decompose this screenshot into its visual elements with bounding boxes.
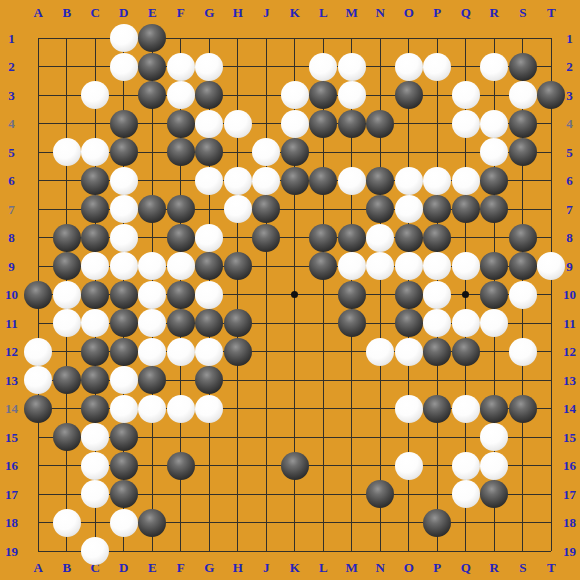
intersection-N19[interactable] [366, 537, 395, 566]
intersection-B18[interactable] [53, 509, 82, 538]
intersection-K19[interactable] [281, 537, 310, 566]
intersection-J13[interactable] [252, 366, 281, 395]
intersection-O8[interactable] [395, 224, 424, 253]
intersection-S15[interactable] [509, 423, 538, 452]
intersection-A3[interactable] [24, 81, 53, 110]
intersection-F6[interactable] [167, 167, 196, 196]
intersection-Q9[interactable] [452, 252, 481, 281]
intersection-M19[interactable] [338, 537, 367, 566]
intersection-P8[interactable] [423, 224, 452, 253]
intersection-T8[interactable] [537, 224, 566, 253]
intersection-J19[interactable] [252, 537, 281, 566]
intersection-S1[interactable] [509, 24, 538, 53]
intersection-T16[interactable] [537, 452, 566, 481]
intersection-M5[interactable] [338, 138, 367, 167]
intersection-G11[interactable] [195, 309, 224, 338]
intersection-H19[interactable] [224, 537, 253, 566]
intersection-E10[interactable] [138, 281, 167, 310]
intersection-H8[interactable] [224, 224, 253, 253]
intersection-H1[interactable] [224, 24, 253, 53]
intersection-A11[interactable] [24, 309, 53, 338]
intersection-Q17[interactable] [452, 480, 481, 509]
intersection-K14[interactable] [281, 395, 310, 424]
intersection-L7[interactable] [309, 195, 338, 224]
intersection-H2[interactable] [224, 53, 253, 82]
intersection-J14[interactable] [252, 395, 281, 424]
intersection-F3[interactable] [167, 81, 196, 110]
intersection-L13[interactable] [309, 366, 338, 395]
intersection-Q11[interactable] [452, 309, 481, 338]
intersection-P4[interactable] [423, 110, 452, 139]
intersection-M17[interactable] [338, 480, 367, 509]
intersection-C2[interactable] [81, 53, 110, 82]
intersection-Q7[interactable] [452, 195, 481, 224]
intersection-H7[interactable] [224, 195, 253, 224]
intersection-D3[interactable] [110, 81, 139, 110]
intersection-D6[interactable] [110, 167, 139, 196]
intersection-M11[interactable] [338, 309, 367, 338]
intersection-G1[interactable] [195, 24, 224, 53]
intersection-S17[interactable] [509, 480, 538, 509]
intersection-O18[interactable] [395, 509, 424, 538]
intersection-N14[interactable] [366, 395, 395, 424]
intersection-S4[interactable] [509, 110, 538, 139]
intersection-L9[interactable] [309, 252, 338, 281]
intersection-O5[interactable] [395, 138, 424, 167]
intersection-H10[interactable] [224, 281, 253, 310]
intersection-L19[interactable] [309, 537, 338, 566]
intersection-J2[interactable] [252, 53, 281, 82]
intersection-A10[interactable] [24, 281, 53, 310]
intersection-L5[interactable] [309, 138, 338, 167]
intersection-E12[interactable] [138, 338, 167, 367]
intersection-D11[interactable] [110, 309, 139, 338]
intersection-K3[interactable] [281, 81, 310, 110]
intersection-D13[interactable] [110, 366, 139, 395]
intersection-H4[interactable] [224, 110, 253, 139]
intersection-P18[interactable] [423, 509, 452, 538]
intersection-C4[interactable] [81, 110, 110, 139]
intersection-J15[interactable] [252, 423, 281, 452]
intersection-M6[interactable] [338, 167, 367, 196]
intersection-H12[interactable] [224, 338, 253, 367]
intersection-N2[interactable] [366, 53, 395, 82]
intersection-P14[interactable] [423, 395, 452, 424]
intersection-D16[interactable] [110, 452, 139, 481]
intersection-D4[interactable] [110, 110, 139, 139]
intersection-N11[interactable] [366, 309, 395, 338]
intersection-S6[interactable] [509, 167, 538, 196]
intersection-C14[interactable] [81, 395, 110, 424]
intersection-M15[interactable] [338, 423, 367, 452]
intersection-J12[interactable] [252, 338, 281, 367]
intersection-C12[interactable] [81, 338, 110, 367]
intersection-O6[interactable] [395, 167, 424, 196]
intersection-S10[interactable] [509, 281, 538, 310]
intersection-N15[interactable] [366, 423, 395, 452]
intersection-K18[interactable] [281, 509, 310, 538]
intersection-K2[interactable] [281, 53, 310, 82]
intersection-B15[interactable] [53, 423, 82, 452]
intersection-A18[interactable] [24, 509, 53, 538]
intersection-B11[interactable] [53, 309, 82, 338]
intersection-J18[interactable] [252, 509, 281, 538]
intersection-K12[interactable] [281, 338, 310, 367]
intersection-C8[interactable] [81, 224, 110, 253]
intersection-T15[interactable] [537, 423, 566, 452]
intersection-N18[interactable] [366, 509, 395, 538]
intersection-B8[interactable] [53, 224, 82, 253]
intersection-A13[interactable] [24, 366, 53, 395]
intersection-J9[interactable] [252, 252, 281, 281]
intersection-F9[interactable] [167, 252, 196, 281]
intersection-F13[interactable] [167, 366, 196, 395]
intersection-P5[interactable] [423, 138, 452, 167]
intersection-D7[interactable] [110, 195, 139, 224]
intersection-E7[interactable] [138, 195, 167, 224]
intersection-F19[interactable] [167, 537, 196, 566]
intersection-E9[interactable] [138, 252, 167, 281]
intersection-D18[interactable] [110, 509, 139, 538]
intersection-P9[interactable] [423, 252, 452, 281]
intersection-A8[interactable] [24, 224, 53, 253]
intersection-S5[interactable] [509, 138, 538, 167]
intersection-L16[interactable] [309, 452, 338, 481]
intersection-C3[interactable] [81, 81, 110, 110]
intersection-O14[interactable] [395, 395, 424, 424]
intersection-G15[interactable] [195, 423, 224, 452]
intersection-G8[interactable] [195, 224, 224, 253]
intersection-L17[interactable] [309, 480, 338, 509]
intersection-D1[interactable] [110, 24, 139, 53]
intersection-H15[interactable] [224, 423, 253, 452]
intersection-F11[interactable] [167, 309, 196, 338]
intersection-R12[interactable] [480, 338, 509, 367]
intersection-M18[interactable] [338, 509, 367, 538]
intersection-G7[interactable] [195, 195, 224, 224]
intersection-G16[interactable] [195, 452, 224, 481]
intersection-F7[interactable] [167, 195, 196, 224]
intersection-B19[interactable] [53, 537, 82, 566]
intersection-C10[interactable] [81, 281, 110, 310]
intersection-B1[interactable] [53, 24, 82, 53]
intersection-J3[interactable] [252, 81, 281, 110]
intersection-H17[interactable] [224, 480, 253, 509]
intersection-J7[interactable] [252, 195, 281, 224]
intersection-A17[interactable] [24, 480, 53, 509]
intersection-G6[interactable] [195, 167, 224, 196]
intersection-A7[interactable] [24, 195, 53, 224]
intersection-R18[interactable] [480, 509, 509, 538]
intersection-E18[interactable] [138, 509, 167, 538]
intersection-F12[interactable] [167, 338, 196, 367]
intersection-S3[interactable] [509, 81, 538, 110]
intersection-R4[interactable] [480, 110, 509, 139]
intersection-G5[interactable] [195, 138, 224, 167]
intersection-F17[interactable] [167, 480, 196, 509]
intersection-O1[interactable] [395, 24, 424, 53]
intersection-Q3[interactable] [452, 81, 481, 110]
intersection-S18[interactable] [509, 509, 538, 538]
intersection-N13[interactable] [366, 366, 395, 395]
intersection-C18[interactable] [81, 509, 110, 538]
intersection-L18[interactable] [309, 509, 338, 538]
intersection-R9[interactable] [480, 252, 509, 281]
intersection-M2[interactable] [338, 53, 367, 82]
intersection-O10[interactable] [395, 281, 424, 310]
intersection-S9[interactable] [509, 252, 538, 281]
intersection-L14[interactable] [309, 395, 338, 424]
intersection-E5[interactable] [138, 138, 167, 167]
intersection-K10[interactable] [281, 281, 310, 310]
intersection-M1[interactable] [338, 24, 367, 53]
intersection-A9[interactable] [24, 252, 53, 281]
intersection-A5[interactable] [24, 138, 53, 167]
intersection-R1[interactable] [480, 24, 509, 53]
intersection-R16[interactable] [480, 452, 509, 481]
intersection-O7[interactable] [395, 195, 424, 224]
intersection-F4[interactable] [167, 110, 196, 139]
intersection-S2[interactable] [509, 53, 538, 82]
intersection-O9[interactable] [395, 252, 424, 281]
intersection-G10[interactable] [195, 281, 224, 310]
intersection-Q10[interactable] [452, 281, 481, 310]
intersection-F16[interactable] [167, 452, 196, 481]
intersection-F5[interactable] [167, 138, 196, 167]
intersection-P15[interactable] [423, 423, 452, 452]
intersection-C15[interactable] [81, 423, 110, 452]
intersection-G14[interactable] [195, 395, 224, 424]
intersection-E1[interactable] [138, 24, 167, 53]
intersection-G18[interactable] [195, 509, 224, 538]
intersection-R10[interactable] [480, 281, 509, 310]
intersection-P12[interactable] [423, 338, 452, 367]
intersection-L2[interactable] [309, 53, 338, 82]
intersection-Q1[interactable] [452, 24, 481, 53]
intersection-A15[interactable] [24, 423, 53, 452]
intersection-H18[interactable] [224, 509, 253, 538]
intersection-B5[interactable] [53, 138, 82, 167]
intersection-D8[interactable] [110, 224, 139, 253]
intersection-C16[interactable] [81, 452, 110, 481]
intersection-L11[interactable] [309, 309, 338, 338]
intersection-H5[interactable] [224, 138, 253, 167]
intersection-N5[interactable] [366, 138, 395, 167]
intersection-P10[interactable] [423, 281, 452, 310]
intersection-L15[interactable] [309, 423, 338, 452]
intersection-Q8[interactable] [452, 224, 481, 253]
intersection-A16[interactable] [24, 452, 53, 481]
intersection-N8[interactable] [366, 224, 395, 253]
intersection-J16[interactable] [252, 452, 281, 481]
intersection-R19[interactable] [480, 537, 509, 566]
intersection-S16[interactable] [509, 452, 538, 481]
intersection-T7[interactable] [537, 195, 566, 224]
intersection-B6[interactable] [53, 167, 82, 196]
intersection-Q2[interactable] [452, 53, 481, 82]
intersection-B2[interactable] [53, 53, 82, 82]
intersection-O19[interactable] [395, 537, 424, 566]
intersection-G19[interactable] [195, 537, 224, 566]
intersection-A12[interactable] [24, 338, 53, 367]
intersection-Q16[interactable] [452, 452, 481, 481]
intersection-P1[interactable] [423, 24, 452, 53]
intersection-S13[interactable] [509, 366, 538, 395]
intersection-N9[interactable] [366, 252, 395, 281]
intersection-R11[interactable] [480, 309, 509, 338]
intersection-K17[interactable] [281, 480, 310, 509]
intersection-M12[interactable] [338, 338, 367, 367]
intersection-K9[interactable] [281, 252, 310, 281]
intersection-B3[interactable] [53, 81, 82, 110]
intersection-E6[interactable] [138, 167, 167, 196]
intersection-K11[interactable] [281, 309, 310, 338]
intersection-L3[interactable] [309, 81, 338, 110]
intersection-E17[interactable] [138, 480, 167, 509]
intersection-A2[interactable] [24, 53, 53, 82]
intersection-H16[interactable] [224, 452, 253, 481]
intersection-C17[interactable] [81, 480, 110, 509]
intersection-S14[interactable] [509, 395, 538, 424]
intersection-T5[interactable] [537, 138, 566, 167]
intersection-O13[interactable] [395, 366, 424, 395]
intersection-Q19[interactable] [452, 537, 481, 566]
intersection-G9[interactable] [195, 252, 224, 281]
intersection-L4[interactable] [309, 110, 338, 139]
intersection-P3[interactable] [423, 81, 452, 110]
intersection-T1[interactable] [537, 24, 566, 53]
intersection-F8[interactable] [167, 224, 196, 253]
intersection-J6[interactable] [252, 167, 281, 196]
intersection-T11[interactable] [537, 309, 566, 338]
intersection-F10[interactable] [167, 281, 196, 310]
intersection-P19[interactable] [423, 537, 452, 566]
intersection-B16[interactable] [53, 452, 82, 481]
intersection-M4[interactable] [338, 110, 367, 139]
intersection-M13[interactable] [338, 366, 367, 395]
intersection-E13[interactable] [138, 366, 167, 395]
intersection-L6[interactable] [309, 167, 338, 196]
intersection-M9[interactable] [338, 252, 367, 281]
intersection-D9[interactable] [110, 252, 139, 281]
intersection-M3[interactable] [338, 81, 367, 110]
intersection-D12[interactable] [110, 338, 139, 367]
intersection-R5[interactable] [480, 138, 509, 167]
intersection-G13[interactable] [195, 366, 224, 395]
intersection-G17[interactable] [195, 480, 224, 509]
intersection-S19[interactable] [509, 537, 538, 566]
intersection-E14[interactable] [138, 395, 167, 424]
intersection-R7[interactable] [480, 195, 509, 224]
intersection-M16[interactable] [338, 452, 367, 481]
intersection-C5[interactable] [81, 138, 110, 167]
intersection-F18[interactable] [167, 509, 196, 538]
intersection-B9[interactable] [53, 252, 82, 281]
intersection-L8[interactable] [309, 224, 338, 253]
intersection-O12[interactable] [395, 338, 424, 367]
intersection-E16[interactable] [138, 452, 167, 481]
intersection-K5[interactable] [281, 138, 310, 167]
intersection-T12[interactable] [537, 338, 566, 367]
intersection-F1[interactable] [167, 24, 196, 53]
intersection-M14[interactable] [338, 395, 367, 424]
intersection-M7[interactable] [338, 195, 367, 224]
intersection-N1[interactable] [366, 24, 395, 53]
intersection-B7[interactable] [53, 195, 82, 224]
intersection-T17[interactable] [537, 480, 566, 509]
intersection-C19[interactable] [81, 537, 110, 566]
intersection-E19[interactable] [138, 537, 167, 566]
intersection-Q15[interactable] [452, 423, 481, 452]
intersection-P16[interactable] [423, 452, 452, 481]
intersection-Q18[interactable] [452, 509, 481, 538]
intersection-F15[interactable] [167, 423, 196, 452]
intersection-L1[interactable] [309, 24, 338, 53]
intersection-T13[interactable] [537, 366, 566, 395]
intersection-T3[interactable] [537, 81, 566, 110]
intersection-M10[interactable] [338, 281, 367, 310]
intersection-R17[interactable] [480, 480, 509, 509]
intersection-J8[interactable] [252, 224, 281, 253]
intersection-R2[interactable] [480, 53, 509, 82]
intersection-H6[interactable] [224, 167, 253, 196]
intersection-B10[interactable] [53, 281, 82, 310]
intersection-A4[interactable] [24, 110, 53, 139]
intersection-P2[interactable] [423, 53, 452, 82]
intersection-K8[interactable] [281, 224, 310, 253]
intersection-O11[interactable] [395, 309, 424, 338]
intersection-R6[interactable] [480, 167, 509, 196]
intersection-D17[interactable] [110, 480, 139, 509]
intersection-A6[interactable] [24, 167, 53, 196]
intersection-T9[interactable] [537, 252, 566, 281]
intersection-T14[interactable] [537, 395, 566, 424]
intersection-C7[interactable] [81, 195, 110, 224]
intersection-D14[interactable] [110, 395, 139, 424]
intersection-R8[interactable] [480, 224, 509, 253]
intersection-T2[interactable] [537, 53, 566, 82]
intersection-K16[interactable] [281, 452, 310, 481]
intersection-K1[interactable] [281, 24, 310, 53]
intersection-O15[interactable] [395, 423, 424, 452]
intersection-D15[interactable] [110, 423, 139, 452]
intersection-R3[interactable] [480, 81, 509, 110]
intersection-D2[interactable] [110, 53, 139, 82]
intersection-F2[interactable] [167, 53, 196, 82]
intersection-S11[interactable] [509, 309, 538, 338]
intersection-T10[interactable] [537, 281, 566, 310]
intersection-P7[interactable] [423, 195, 452, 224]
intersection-B14[interactable] [53, 395, 82, 424]
intersection-K7[interactable] [281, 195, 310, 224]
intersection-F14[interactable] [167, 395, 196, 424]
intersection-J11[interactable] [252, 309, 281, 338]
intersection-G4[interactable] [195, 110, 224, 139]
intersection-N7[interactable] [366, 195, 395, 224]
intersection-J5[interactable] [252, 138, 281, 167]
intersection-N16[interactable] [366, 452, 395, 481]
intersection-C1[interactable] [81, 24, 110, 53]
intersection-D10[interactable] [110, 281, 139, 310]
intersection-Q5[interactable] [452, 138, 481, 167]
intersection-L10[interactable] [309, 281, 338, 310]
intersection-K4[interactable] [281, 110, 310, 139]
intersection-C11[interactable] [81, 309, 110, 338]
intersection-C9[interactable] [81, 252, 110, 281]
intersection-R13[interactable] [480, 366, 509, 395]
intersection-A19[interactable] [24, 537, 53, 566]
intersection-N12[interactable] [366, 338, 395, 367]
